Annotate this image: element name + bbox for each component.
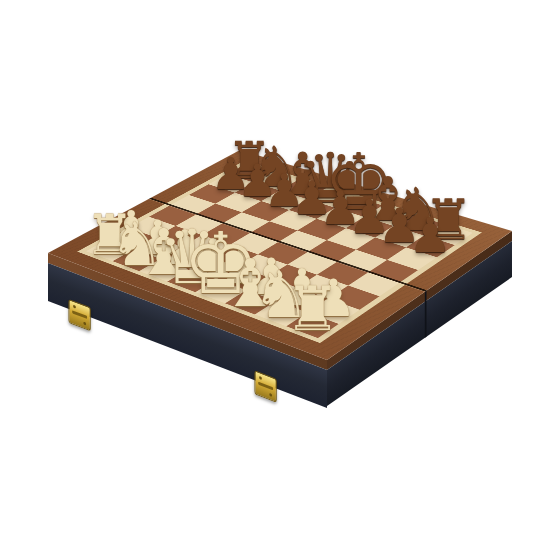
clasp-slot	[72, 310, 87, 319]
clasp-screw	[269, 393, 272, 397]
fold-gap-line	[425, 291, 427, 338]
clasp-slot	[258, 382, 273, 391]
clasp-screw	[259, 376, 262, 380]
clasp-screw	[73, 305, 76, 309]
chess-set-photo: ♜♞♟♝♟♛♟♚♟♝♟♞♟♜♟♟♟♟♜♟♞♟♝♟♛♟♚♟♝♟♞♜	[0, 0, 550, 550]
chess-board	[48, 150, 512, 360]
clasp-screw	[83, 322, 86, 326]
